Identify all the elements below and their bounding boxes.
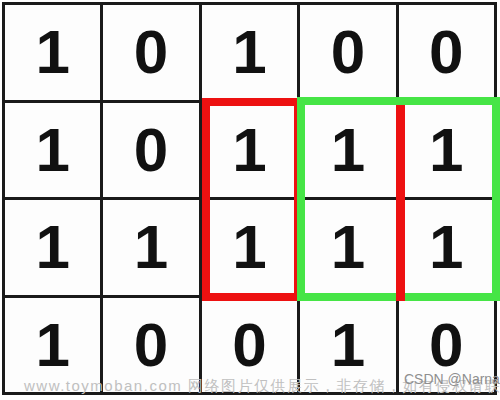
matrix-cell: 1: [300, 200, 395, 295]
matrix-cell: 1: [5, 103, 100, 198]
csdn-watermark: CSDN @Narnat: [404, 371, 500, 387]
binary-grid: 1 0 1 0 0 1 0 1 1 1 1 1 1 1 1 1 0 0 1 0: [2, 2, 497, 395]
matrix-cell: 0: [399, 5, 494, 100]
matrix-cell: 0: [103, 103, 198, 198]
matrix-cell: 1: [202, 103, 297, 198]
matrix-cell: 1: [5, 200, 100, 295]
matrix-cell: 1: [399, 103, 494, 198]
binary-matrix-diagram: 1 0 1 0 0 1 0 1 1 1 1 1 1 1 1 1 0 0 1 0 …: [0, 0, 500, 400]
matrix-cell: 1: [202, 200, 297, 295]
matrix-cell: 1: [300, 103, 395, 198]
matrix-cell: 1: [5, 5, 100, 100]
matrix-cell: 0: [300, 5, 395, 100]
matrix-cell: 1: [399, 200, 494, 295]
matrix-cell: 1: [103, 200, 198, 295]
matrix-cell: 1: [202, 5, 297, 100]
matrix-cell: 0: [103, 5, 198, 100]
